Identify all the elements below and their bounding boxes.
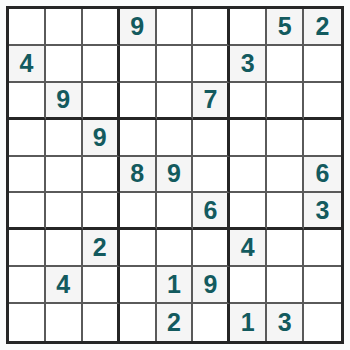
cell-r4c2-empty[interactable] xyxy=(46,120,83,157)
cell-r9c5-given-2: 2 xyxy=(157,304,194,341)
cell-r8c9-empty[interactable] xyxy=(304,267,341,304)
cell-r3c5-empty[interactable] xyxy=(157,83,194,120)
cell-r6c5-empty[interactable] xyxy=(157,193,194,230)
cell-r3c7-empty[interactable] xyxy=(230,83,267,120)
cell-r6c9-given-3: 3 xyxy=(304,193,341,230)
cell-r8c6-given-9: 9 xyxy=(193,267,230,304)
cell-r9c3-empty[interactable] xyxy=(83,304,120,341)
cell-r2c2-empty[interactable] xyxy=(46,46,83,83)
cell-r5c2-empty[interactable] xyxy=(46,157,83,194)
cell-r7c2-empty[interactable] xyxy=(46,230,83,267)
cell-r1c8-given-5: 5 xyxy=(267,9,304,46)
cell-r2c8-empty[interactable] xyxy=(267,46,304,83)
cell-r8c3-empty[interactable] xyxy=(83,267,120,304)
cell-r2c6-empty[interactable] xyxy=(193,46,230,83)
cell-r1c4-given-9: 9 xyxy=(120,9,157,46)
cell-r7c3-given-2: 2 xyxy=(83,230,120,267)
cell-r4c4-empty[interactable] xyxy=(120,120,157,157)
cell-r8c4-empty[interactable] xyxy=(120,267,157,304)
cell-r9c6-empty[interactable] xyxy=(193,304,230,341)
cell-r4c1-empty[interactable] xyxy=(9,120,46,157)
cell-r6c3-empty[interactable] xyxy=(83,193,120,230)
cell-r7c5-empty[interactable] xyxy=(157,230,194,267)
cell-r2c5-empty[interactable] xyxy=(157,46,194,83)
cell-r6c6-given-6: 6 xyxy=(193,193,230,230)
cell-r8c8-empty[interactable] xyxy=(267,267,304,304)
cell-r3c2-given-9: 9 xyxy=(46,83,83,120)
cell-r7c4-empty[interactable] xyxy=(120,230,157,267)
cell-r3c9-empty[interactable] xyxy=(304,83,341,120)
cell-r2c9-empty[interactable] xyxy=(304,46,341,83)
cell-r2c4-empty[interactable] xyxy=(120,46,157,83)
cell-r8c2-given-4: 4 xyxy=(46,267,83,304)
cell-r7c7-given-4: 4 xyxy=(230,230,267,267)
cell-r9c8-given-3: 3 xyxy=(267,304,304,341)
cell-r1c9-given-2: 2 xyxy=(304,9,341,46)
cell-r7c6-empty[interactable] xyxy=(193,230,230,267)
cell-r6c8-empty[interactable] xyxy=(267,193,304,230)
cell-r2c3-empty[interactable] xyxy=(83,46,120,83)
cell-r3c8-empty[interactable] xyxy=(267,83,304,120)
cell-r9c7-given-1: 1 xyxy=(230,304,267,341)
cell-r1c1-empty[interactable] xyxy=(9,9,46,46)
cell-r1c7-empty[interactable] xyxy=(230,9,267,46)
cell-r4c9-empty[interactable] xyxy=(304,120,341,157)
cell-r5c4-given-8: 8 xyxy=(120,157,157,194)
cell-r7c9-empty[interactable] xyxy=(304,230,341,267)
cell-r1c6-empty[interactable] xyxy=(193,9,230,46)
cell-r5c6-empty[interactable] xyxy=(193,157,230,194)
cell-r5c7-empty[interactable] xyxy=(230,157,267,194)
cell-r4c3-given-9: 9 xyxy=(83,120,120,157)
cell-r3c3-empty[interactable] xyxy=(83,83,120,120)
cell-r8c5-given-1: 1 xyxy=(157,267,194,304)
cell-r7c8-empty[interactable] xyxy=(267,230,304,267)
cell-r5c3-empty[interactable] xyxy=(83,157,120,194)
cell-r7c1-empty[interactable] xyxy=(9,230,46,267)
cell-r9c4-empty[interactable] xyxy=(120,304,157,341)
cell-r5c8-empty[interactable] xyxy=(267,157,304,194)
cell-r9c9-empty[interactable] xyxy=(304,304,341,341)
cell-r1c3-empty[interactable] xyxy=(83,9,120,46)
cell-r6c1-empty[interactable] xyxy=(9,193,46,230)
cell-r3c1-empty[interactable] xyxy=(9,83,46,120)
cell-r5c5-given-9: 9 xyxy=(157,157,194,194)
cell-r1c2-empty[interactable] xyxy=(46,9,83,46)
cell-r4c6-empty[interactable] xyxy=(193,120,230,157)
cell-r6c2-empty[interactable] xyxy=(46,193,83,230)
cell-r6c7-empty[interactable] xyxy=(230,193,267,230)
cell-r3c4-empty[interactable] xyxy=(120,83,157,120)
cell-r6c4-empty[interactable] xyxy=(120,193,157,230)
cell-r9c2-empty[interactable] xyxy=(46,304,83,341)
cell-r8c1-empty[interactable] xyxy=(9,267,46,304)
sudoku-board: 952439798966324419213 xyxy=(6,6,344,344)
cell-r1c5-empty[interactable] xyxy=(157,9,194,46)
cell-r2c1-given-4: 4 xyxy=(9,46,46,83)
cell-r4c8-empty[interactable] xyxy=(267,120,304,157)
cell-r2c7-given-3: 3 xyxy=(230,46,267,83)
cell-r5c1-empty[interactable] xyxy=(9,157,46,194)
cell-r5c9-given-6: 6 xyxy=(304,157,341,194)
cell-r4c7-empty[interactable] xyxy=(230,120,267,157)
cell-r3c6-given-7: 7 xyxy=(193,83,230,120)
cell-r9c1-empty[interactable] xyxy=(9,304,46,341)
cell-r8c7-empty[interactable] xyxy=(230,267,267,304)
cell-r4c5-empty[interactable] xyxy=(157,120,194,157)
